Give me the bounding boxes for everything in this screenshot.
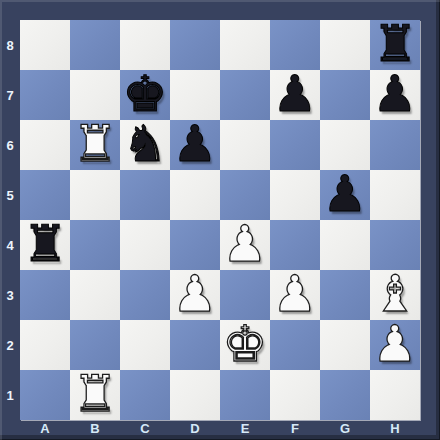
piece-white-pawn[interactable]: ♟ bbox=[373, 319, 418, 369]
square-d8[interactable] bbox=[170, 20, 220, 70]
file-label-f: F bbox=[270, 420, 320, 436]
rank-label-8: 8 bbox=[0, 20, 20, 70]
square-a4[interactable]: ♜ bbox=[20, 220, 70, 270]
piece-white-pawn[interactable]: ♟ bbox=[223, 219, 268, 269]
chess-board: ♜♚♟♟♜♞♟♟♜♟♟♟♝♚♟♜ bbox=[20, 20, 420, 420]
square-h7[interactable]: ♟ bbox=[370, 70, 420, 120]
square-b8[interactable] bbox=[70, 20, 120, 70]
square-d2[interactable] bbox=[170, 320, 220, 370]
square-f7[interactable]: ♟ bbox=[270, 70, 320, 120]
square-h3[interactable]: ♝ bbox=[370, 270, 420, 320]
square-e1[interactable] bbox=[220, 370, 270, 420]
square-e6[interactable] bbox=[220, 120, 270, 170]
piece-black-rook[interactable]: ♜ bbox=[373, 19, 418, 69]
rank-label-2: 2 bbox=[0, 320, 20, 370]
square-a1[interactable] bbox=[20, 370, 70, 420]
file-label-d: D bbox=[170, 420, 220, 436]
square-g6[interactable] bbox=[320, 120, 370, 170]
piece-white-king[interactable]: ♚ bbox=[223, 319, 268, 369]
square-a2[interactable] bbox=[20, 320, 70, 370]
square-f4[interactable] bbox=[270, 220, 320, 270]
square-c6[interactable]: ♞ bbox=[120, 120, 170, 170]
piece-white-rook[interactable]: ♜ bbox=[73, 369, 118, 419]
square-b4[interactable] bbox=[70, 220, 120, 270]
square-d7[interactable] bbox=[170, 70, 220, 120]
square-c3[interactable] bbox=[120, 270, 170, 320]
rank-label-5: 5 bbox=[0, 170, 20, 220]
square-d5[interactable] bbox=[170, 170, 220, 220]
square-a5[interactable] bbox=[20, 170, 70, 220]
square-f6[interactable] bbox=[270, 120, 320, 170]
square-f5[interactable] bbox=[270, 170, 320, 220]
square-f3[interactable]: ♟ bbox=[270, 270, 320, 320]
file-label-h: H bbox=[370, 420, 420, 436]
rank-label-7: 7 bbox=[0, 70, 20, 120]
square-f2[interactable] bbox=[270, 320, 320, 370]
square-c7[interactable]: ♚ bbox=[120, 70, 170, 120]
square-e4[interactable]: ♟ bbox=[220, 220, 270, 270]
square-a7[interactable] bbox=[20, 70, 70, 120]
square-e7[interactable] bbox=[220, 70, 270, 120]
chess-board-frame: 87654321 ♜♚♟♟♜♞♟♟♜♟♟♟♝♚♟♜ ABCDEFGH bbox=[0, 0, 440, 440]
piece-white-pawn[interactable]: ♟ bbox=[173, 269, 218, 319]
square-b5[interactable] bbox=[70, 170, 120, 220]
rank-label-1: 1 bbox=[0, 370, 20, 420]
square-b3[interactable] bbox=[70, 270, 120, 320]
square-a8[interactable] bbox=[20, 20, 70, 70]
rank-label-3: 3 bbox=[0, 270, 20, 320]
file-label-c: C bbox=[120, 420, 170, 436]
square-h2[interactable]: ♟ bbox=[370, 320, 420, 370]
square-c2[interactable] bbox=[120, 320, 170, 370]
square-e2[interactable]: ♚ bbox=[220, 320, 270, 370]
file-label-g: G bbox=[320, 420, 370, 436]
piece-black-pawn[interactable]: ♟ bbox=[173, 119, 218, 169]
square-h5[interactable] bbox=[370, 170, 420, 220]
square-d6[interactable]: ♟ bbox=[170, 120, 220, 170]
square-b1[interactable]: ♜ bbox=[70, 370, 120, 420]
square-e3[interactable] bbox=[220, 270, 270, 320]
square-d3[interactable]: ♟ bbox=[170, 270, 220, 320]
square-d4[interactable] bbox=[170, 220, 220, 270]
square-b6[interactable]: ♜ bbox=[70, 120, 120, 170]
square-h8[interactable]: ♜ bbox=[370, 20, 420, 70]
square-g8[interactable] bbox=[320, 20, 370, 70]
square-f1[interactable] bbox=[270, 370, 320, 420]
square-e5[interactable] bbox=[220, 170, 270, 220]
square-a3[interactable] bbox=[20, 270, 70, 320]
square-h4[interactable] bbox=[370, 220, 420, 270]
rank-labels: 87654321 bbox=[0, 20, 20, 420]
square-e8[interactable] bbox=[220, 20, 270, 70]
square-b2[interactable] bbox=[70, 320, 120, 370]
piece-black-pawn[interactable]: ♟ bbox=[273, 69, 318, 119]
file-label-b: B bbox=[70, 420, 120, 436]
square-g5[interactable]: ♟ bbox=[320, 170, 370, 220]
square-c1[interactable] bbox=[120, 370, 170, 420]
square-g7[interactable] bbox=[320, 70, 370, 120]
square-f8[interactable] bbox=[270, 20, 320, 70]
square-h1[interactable] bbox=[370, 370, 420, 420]
piece-white-pawn[interactable]: ♟ bbox=[273, 269, 318, 319]
piece-black-pawn[interactable]: ♟ bbox=[323, 169, 368, 219]
piece-black-king[interactable]: ♚ bbox=[123, 69, 168, 119]
square-c8[interactable] bbox=[120, 20, 170, 70]
square-g1[interactable] bbox=[320, 370, 370, 420]
square-c4[interactable] bbox=[120, 220, 170, 270]
file-label-e: E bbox=[220, 420, 270, 436]
rank-label-4: 4 bbox=[0, 220, 20, 270]
square-b7[interactable] bbox=[70, 70, 120, 120]
piece-black-rook[interactable]: ♜ bbox=[23, 219, 68, 269]
piece-white-bishop[interactable]: ♝ bbox=[373, 269, 418, 319]
piece-white-rook[interactable]: ♜ bbox=[73, 119, 118, 169]
file-label-a: A bbox=[20, 420, 70, 436]
square-g2[interactable] bbox=[320, 320, 370, 370]
square-a6[interactable] bbox=[20, 120, 70, 170]
rank-label-6: 6 bbox=[0, 120, 20, 170]
square-g3[interactable] bbox=[320, 270, 370, 320]
square-g4[interactable] bbox=[320, 220, 370, 270]
piece-black-pawn[interactable]: ♟ bbox=[373, 69, 418, 119]
square-c5[interactable] bbox=[120, 170, 170, 220]
square-d1[interactable] bbox=[170, 370, 220, 420]
file-labels: ABCDEFGH bbox=[20, 420, 420, 436]
square-h6[interactable] bbox=[370, 120, 420, 170]
piece-black-knight[interactable]: ♞ bbox=[123, 119, 168, 169]
